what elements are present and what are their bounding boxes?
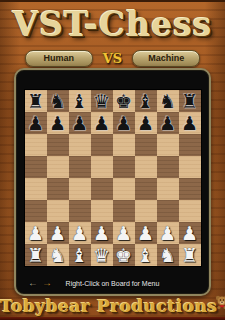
white-pawn: ♟ [47, 222, 69, 244]
credit-text: Tobybear Productions [0, 296, 225, 317]
square-d7[interactable]: ♟ [91, 112, 113, 134]
square-a8[interactable]: ♜ [25, 90, 47, 112]
square-e5[interactable] [113, 156, 135, 178]
app-title: VST-Chess [0, 4, 225, 46]
square-f7[interactable]: ♟ [135, 112, 157, 134]
board-hint-text: Right-Click on Board for Menu [16, 279, 209, 288]
square-f1[interactable]: ♝ [135, 244, 157, 266]
square-g1[interactable]: ♞ [157, 244, 179, 266]
black-bishop: ♝ [135, 90, 157, 112]
square-c4[interactable] [69, 178, 91, 200]
vs-label: VS [103, 51, 122, 66]
square-h1[interactable]: ♜ [179, 244, 201, 266]
white-king: ♚ [113, 244, 135, 266]
square-c5[interactable] [69, 156, 91, 178]
white-rook: ♜ [179, 244, 201, 266]
square-d1[interactable]: ♛ [91, 244, 113, 266]
square-g3[interactable] [157, 200, 179, 222]
black-rook: ♜ [25, 90, 47, 112]
white-pawn: ♟ [179, 222, 201, 244]
square-h2[interactable]: ♟ [179, 222, 201, 244]
square-a3[interactable] [25, 200, 47, 222]
square-f6[interactable] [135, 134, 157, 156]
square-e6[interactable] [113, 134, 135, 156]
white-pawn: ♟ [69, 222, 91, 244]
square-a1[interactable]: ♜ [25, 244, 47, 266]
white-pawn: ♟ [157, 222, 179, 244]
square-b8[interactable]: ♞ [47, 90, 69, 112]
square-b5[interactable] [47, 156, 69, 178]
square-b4[interactable] [47, 178, 69, 200]
square-b7[interactable]: ♟ [47, 112, 69, 134]
black-pawn: ♟ [69, 112, 91, 134]
black-rook: ♜ [179, 90, 201, 112]
square-c7[interactable]: ♟ [69, 112, 91, 134]
black-pawn: ♟ [113, 112, 135, 134]
black-pawn: ♟ [25, 112, 47, 134]
square-c6[interactable] [69, 134, 91, 156]
square-b1[interactable]: ♞ [47, 244, 69, 266]
white-pawn: ♟ [25, 222, 47, 244]
square-a2[interactable]: ♟ [25, 222, 47, 244]
square-b2[interactable]: ♟ [47, 222, 69, 244]
square-d4[interactable] [91, 178, 113, 200]
white-knight: ♞ [157, 244, 179, 266]
black-knight: ♞ [47, 90, 69, 112]
white-knight: ♞ [47, 244, 69, 266]
square-f8[interactable]: ♝ [135, 90, 157, 112]
teddy-bear-icon [214, 294, 225, 310]
square-e1[interactable]: ♚ [113, 244, 135, 266]
black-bishop: ♝ [69, 90, 91, 112]
white-pawn: ♟ [135, 222, 157, 244]
square-e4[interactable] [113, 178, 135, 200]
chess-board[interactable]: ♜♞♝♛♚♝♞♜♟♟♟♟♟♟♟♟♟♟♟♟♟♟♟♟♜♞♝♛♚♝♞♜ [25, 90, 201, 266]
player-selector-row: Human VS Machine [0, 50, 225, 67]
square-g6[interactable] [157, 134, 179, 156]
black-pawn: ♟ [157, 112, 179, 134]
black-knight: ♞ [157, 90, 179, 112]
square-g2[interactable]: ♟ [157, 222, 179, 244]
square-e3[interactable] [113, 200, 135, 222]
square-h7[interactable]: ♟ [179, 112, 201, 134]
square-g4[interactable] [157, 178, 179, 200]
square-b6[interactable] [47, 134, 69, 156]
machine-button[interactable]: Machine [132, 50, 200, 67]
square-a6[interactable] [25, 134, 47, 156]
square-f4[interactable] [135, 178, 157, 200]
black-king: ♚ [113, 90, 135, 112]
white-pawn: ♟ [113, 222, 135, 244]
square-e2[interactable]: ♟ [113, 222, 135, 244]
black-pawn: ♟ [135, 112, 157, 134]
credit-label: Tobybear Productions [0, 296, 218, 316]
square-d8[interactable]: ♛ [91, 90, 113, 112]
square-d2[interactable]: ♟ [91, 222, 113, 244]
square-g8[interactable]: ♞ [157, 90, 179, 112]
square-h8[interactable]: ♜ [179, 90, 201, 112]
white-bishop: ♝ [135, 244, 157, 266]
black-pawn: ♟ [47, 112, 69, 134]
square-c3[interactable] [69, 200, 91, 222]
square-d3[interactable] [91, 200, 113, 222]
vst-chess-window: VST-Chess Human VS Machine ♜♞♝♛♚♝♞♜♟♟♟♟♟… [0, 0, 225, 320]
square-g7[interactable]: ♟ [157, 112, 179, 134]
white-rook: ♜ [25, 244, 47, 266]
white-pawn: ♟ [91, 222, 113, 244]
black-pawn: ♟ [91, 112, 113, 134]
white-queen: ♛ [91, 244, 113, 266]
black-pawn: ♟ [179, 112, 201, 134]
square-h3[interactable] [179, 200, 201, 222]
square-c1[interactable]: ♝ [69, 244, 91, 266]
square-c8[interactable]: ♝ [69, 90, 91, 112]
square-b3[interactable] [47, 200, 69, 222]
square-f2[interactable]: ♟ [135, 222, 157, 244]
square-d5[interactable] [91, 156, 113, 178]
square-h6[interactable] [179, 134, 201, 156]
square-c2[interactable]: ♟ [69, 222, 91, 244]
square-h4[interactable] [179, 178, 201, 200]
white-bishop: ♝ [69, 244, 91, 266]
square-d6[interactable] [91, 134, 113, 156]
square-e8[interactable]: ♚ [113, 90, 135, 112]
board-frame: ♜♞♝♛♚♝♞♜♟♟♟♟♟♟♟♟♟♟♟♟♟♟♟♟♜♞♝♛♚♝♞♜ ← → Rig… [14, 68, 211, 296]
square-a5[interactable] [25, 156, 47, 178]
square-f5[interactable] [135, 156, 157, 178]
square-g5[interactable] [157, 156, 179, 178]
square-e7[interactable]: ♟ [113, 112, 135, 134]
square-h5[interactable] [179, 156, 201, 178]
square-a7[interactable]: ♟ [25, 112, 47, 134]
square-a4[interactable] [25, 178, 47, 200]
black-queen: ♛ [91, 90, 113, 112]
square-f3[interactable] [135, 200, 157, 222]
human-button[interactable]: Human [25, 50, 93, 67]
